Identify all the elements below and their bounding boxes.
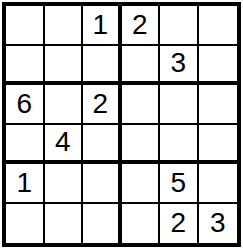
cell-r2c1-empty[interactable] [6,46,45,86]
cell-r2c5-given[interactable]: 3 [160,46,199,86]
cell-r6c4-empty[interactable] [122,204,161,244]
cell-r6c3-empty[interactable] [83,204,122,244]
cell-r5c6-empty[interactable] [199,164,238,204]
cell-r4c2-given[interactable]: 4 [45,125,84,165]
cell-r5c5-given[interactable]: 5 [160,164,199,204]
cell-r5c2-empty[interactable] [45,164,84,204]
cell-r3c3-given[interactable]: 2 [83,85,122,125]
cell-r1c4-given[interactable]: 2 [122,6,161,46]
cell-r6c5-given[interactable]: 2 [160,204,199,244]
cell-r1c6-empty[interactable] [199,6,238,46]
cell-r4c4-empty[interactable] [122,125,161,165]
cell-r3c4-empty[interactable] [122,85,161,125]
cell-r4c1-empty[interactable] [6,125,45,165]
sudoku-board: 1236241523 [2,2,241,247]
cell-r5c3-empty[interactable] [83,164,122,204]
cell-r1c3-given[interactable]: 1 [83,6,122,46]
cell-r6c2-empty[interactable] [45,204,84,244]
cell-r4c5-empty[interactable] [160,125,199,165]
cell-r1c2-empty[interactable] [45,6,84,46]
cell-r3c1-given[interactable]: 6 [6,85,45,125]
cell-r4c6-empty[interactable] [199,125,238,165]
cell-r6c6-given[interactable]: 3 [199,204,238,244]
cell-r2c6-empty[interactable] [199,46,238,86]
cell-r1c5-empty[interactable] [160,6,199,46]
cell-r3c6-empty[interactable] [199,85,238,125]
cell-r4c3-empty[interactable] [83,125,122,165]
cell-r1c1-empty[interactable] [6,6,45,46]
cell-r2c2-empty[interactable] [45,46,84,86]
cell-r2c4-empty[interactable] [122,46,161,86]
cell-r3c2-empty[interactable] [45,85,84,125]
cell-r5c1-given[interactable]: 1 [6,164,45,204]
cell-r6c1-empty[interactable] [6,204,45,244]
cell-r2c3-empty[interactable] [83,46,122,86]
cell-r3c5-empty[interactable] [160,85,199,125]
cell-r5c4-empty[interactable] [122,164,161,204]
